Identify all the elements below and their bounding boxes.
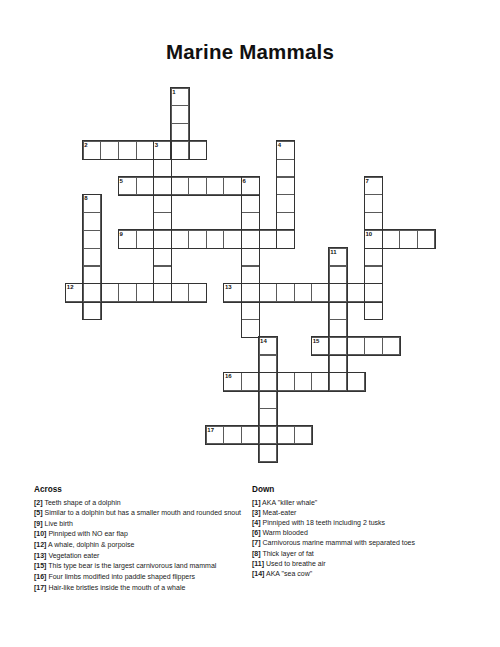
cell-r11c7[interactable]	[188, 283, 207, 302]
cell-r11c16[interactable]	[346, 283, 365, 302]
cell-r11c0[interactable]	[65, 283, 84, 302]
cell-r6c5[interactable]	[153, 194, 172, 213]
cell-r8c17[interactable]	[364, 230, 383, 249]
cell-r3c4[interactable]	[136, 141, 155, 160]
cell-r10c15[interactable]	[329, 266, 348, 285]
cell-r16c9[interactable]	[223, 372, 242, 391]
cell-r13c15[interactable]	[329, 319, 348, 338]
cell-r3c7[interactable]	[188, 141, 207, 160]
cell-r13c10[interactable]	[241, 319, 260, 338]
cell-r8c6[interactable]	[171, 230, 190, 249]
clue-number-label: [7]	[252, 539, 261, 546]
clue-number-label: [8]	[252, 550, 261, 557]
cell-r5c12[interactable]	[276, 177, 295, 196]
cell-r8c3[interactable]	[118, 230, 137, 249]
cell-r3c3[interactable]	[118, 141, 137, 160]
clue-across-2: [2] Teeth shape of a dolphin	[34, 498, 246, 509]
cell-r11c9[interactable]	[223, 283, 242, 302]
cell-r5c5[interactable]	[153, 177, 172, 196]
cell-r16c14[interactable]	[311, 372, 330, 391]
cell-r15c15[interactable]	[329, 355, 348, 374]
cell-r9c10[interactable]	[241, 248, 260, 267]
clue-down-8: [8] Thick layer of fat	[252, 549, 478, 559]
cell-r6c17[interactable]	[364, 194, 383, 213]
clue-number-label: [2]	[34, 499, 43, 506]
clue-down-7: [7] Carnivorous marine mammal with separ…	[252, 538, 478, 548]
cell-r12c17[interactable]	[364, 301, 383, 320]
down-clues-section: Down [1] AKA "killer whale"[3] Meat-eate…	[252, 485, 478, 579]
clue-number-label: [15]	[34, 562, 46, 569]
across-clues-section: Across [2] Teeth shape of a dolphin[5] S…	[34, 485, 246, 593]
cell-r11c5[interactable]	[153, 283, 172, 302]
cell-r12c10[interactable]	[241, 301, 260, 320]
cell-r10c17[interactable]	[364, 266, 383, 285]
cell-r11c12[interactable]	[276, 283, 295, 302]
cell-r8c18[interactable]	[382, 230, 401, 249]
cell-r8c10[interactable]	[241, 230, 260, 249]
clue-across-15: [15] This type bear is the largest carni…	[34, 561, 246, 572]
cell-r11c13[interactable]	[294, 283, 313, 302]
cell-r7c17[interactable]	[364, 212, 383, 231]
cell-r16c12[interactable]	[276, 372, 295, 391]
cell-r19c13[interactable]	[294, 426, 313, 445]
cell-r8c7[interactable]	[188, 230, 207, 249]
cell-r12c15[interactable]	[329, 301, 348, 320]
cell-r5c6[interactable]	[171, 177, 190, 196]
cell-r17c11[interactable]	[259, 390, 278, 409]
cell-r19c11[interactable]	[259, 426, 278, 445]
cell-r9c1[interactable]	[83, 248, 102, 267]
cell-r10c5[interactable]	[153, 266, 172, 285]
cell-r10c1[interactable]	[83, 266, 102, 285]
clue-down-11: [11] Used to breathe air	[252, 559, 478, 569]
cell-r20c11[interactable]	[259, 444, 278, 463]
cell-r11c6[interactable]	[171, 283, 190, 302]
across-clue-list: [2] Teeth shape of a dolphin[5] Similar …	[34, 498, 246, 594]
cell-r11c2[interactable]	[100, 283, 119, 302]
cell-r18c11[interactable]	[259, 408, 278, 427]
clue-number-label: [6]	[252, 529, 261, 536]
clue-number-label: [3]	[252, 509, 261, 516]
down-clue-list: [1] AKA "killer whale"[3] Meat-eater[4] …	[252, 498, 478, 580]
clue-across-5: [5] Similar to a dolphin but has a small…	[34, 508, 246, 519]
cell-r5c9[interactable]	[223, 177, 242, 196]
cell-r8c8[interactable]	[206, 230, 225, 249]
cell-r8c9[interactable]	[223, 230, 242, 249]
cell-r4c12[interactable]	[276, 159, 295, 178]
cell-r3c2[interactable]	[100, 141, 119, 160]
cell-r12c1[interactable]	[83, 301, 102, 320]
cell-r7c10[interactable]	[241, 212, 260, 231]
clue-number-label: [16]	[34, 573, 46, 580]
clue-number-label: [17]	[34, 584, 46, 591]
cell-r14c18[interactable]	[382, 337, 401, 356]
cell-r11c1[interactable]	[83, 283, 102, 302]
cell-r16c10[interactable]	[241, 372, 260, 391]
cell-r14c16[interactable]	[346, 337, 365, 356]
cell-r3c1[interactable]	[83, 141, 102, 160]
clue-number-label: [10]	[34, 530, 46, 537]
clue-down-3: [3] Meat-eater	[252, 508, 478, 518]
across-header: Across	[34, 485, 246, 494]
cell-r19c9[interactable]	[223, 426, 242, 445]
cell-r9c15[interactable]	[329, 248, 348, 267]
cell-r15c11[interactable]	[259, 355, 278, 374]
cell-r19c8[interactable]	[206, 426, 225, 445]
cell-r5c8[interactable]	[206, 177, 225, 196]
cell-r3c6[interactable]	[171, 141, 190, 160]
cell-r8c19[interactable]	[399, 230, 418, 249]
clue-across-10: [10] Pinniped with NO ear flap	[34, 529, 246, 540]
cell-r14c15[interactable]	[329, 337, 348, 356]
cell-r19c12[interactable]	[276, 426, 295, 445]
clue-number-label: [14]	[252, 570, 264, 577]
cell-r19c10[interactable]	[241, 426, 260, 445]
clue-number-label: [12]	[34, 541, 46, 548]
clue-number-label: [4]	[252, 519, 261, 526]
clue-number-label: [5]	[34, 509, 43, 516]
cell-r5c10[interactable]	[241, 177, 260, 196]
cell-r14c14[interactable]	[311, 337, 330, 356]
crossword-board: 1234567891011121314151617	[0, 0, 500, 480]
clue-number-label: [1]	[252, 499, 261, 506]
cell-r7c12[interactable]	[276, 212, 295, 231]
cell-r11c11[interactable]	[259, 283, 278, 302]
cell-r9c17[interactable]	[364, 248, 383, 267]
clue-across-17: [17] Hair-like bristles inside the mouth…	[34, 583, 246, 594]
cell-r6c12[interactable]	[276, 194, 295, 213]
cell-r8c1[interactable]	[83, 230, 102, 249]
clue-down-14: [14] AKA "sea cow"	[252, 569, 478, 579]
cell-r7c1[interactable]	[83, 212, 102, 231]
clue-across-16: [16] Four limbs modified into paddle sha…	[34, 572, 246, 583]
cell-r5c17[interactable]	[364, 177, 383, 196]
cell-r1c6[interactable]	[171, 105, 190, 124]
cell-r16c16[interactable]	[346, 372, 365, 391]
cell-r14c17[interactable]	[364, 337, 383, 356]
cell-r5c3[interactable]	[118, 177, 137, 196]
down-header: Down	[252, 485, 478, 494]
cell-r16c15[interactable]	[329, 372, 348, 391]
cell-r7c5[interactable]	[153, 212, 172, 231]
cell-r6c1[interactable]	[83, 194, 102, 213]
cell-r5c4[interactable]	[136, 177, 155, 196]
cell-r11c17[interactable]	[364, 283, 383, 302]
cell-r8c5[interactable]	[153, 230, 172, 249]
cell-r16c13[interactable]	[294, 372, 313, 391]
clue-across-9: [9] Live birth	[34, 519, 246, 530]
cell-r3c12[interactable]	[276, 141, 295, 160]
cell-r11c15[interactable]	[329, 283, 348, 302]
clue-number-label: [9]	[34, 520, 43, 527]
cell-r6c10[interactable]	[241, 194, 260, 213]
clue-across-13: [13] Vegetation eater	[34, 551, 246, 562]
cell-r4c5[interactable]	[153, 159, 172, 178]
cell-r3c5[interactable]	[153, 141, 172, 160]
clue-down-6: [6] Warm blooded	[252, 528, 478, 538]
cell-r9c5[interactable]	[153, 248, 172, 267]
cell-r8c12[interactable]	[276, 230, 295, 249]
crossword-page: Marine Mammals 1234567891011121314151617…	[0, 0, 500, 647]
cell-r8c4[interactable]	[136, 230, 155, 249]
cell-r10c10[interactable]	[241, 266, 260, 285]
cell-r11c4[interactable]	[136, 283, 155, 302]
cell-r8c20[interactable]	[417, 230, 436, 249]
clue-number-label: [11]	[252, 560, 264, 567]
cell-r8c11[interactable]	[259, 230, 278, 249]
clue-across-12: [12] A whale, dolphin & porpoise	[34, 540, 246, 551]
cell-r5c7[interactable]	[188, 177, 207, 196]
cell-r2c6[interactable]	[171, 123, 190, 142]
clue-down-4: [4] Pinniped with 18 teeth including 2 t…	[252, 518, 478, 528]
cell-r11c3[interactable]	[118, 283, 137, 302]
clue-down-1: [1] AKA "killer whale"	[252, 498, 478, 508]
cell-r16c11[interactable]	[259, 372, 278, 391]
cell-r11c14[interactable]	[311, 283, 330, 302]
cell-r11c10[interactable]	[241, 283, 260, 302]
cell-r0c6[interactable]	[171, 88, 190, 107]
cell-r14c11[interactable]	[259, 337, 278, 356]
clue-number-label: [13]	[34, 552, 46, 559]
